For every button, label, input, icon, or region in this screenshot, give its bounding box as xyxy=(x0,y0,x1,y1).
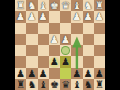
square-a1[interactable]: ♜ xyxy=(94,0,105,11)
square-e8[interactable]: ♚ xyxy=(49,79,60,90)
piece-black-bishop-f8[interactable]: ♝ xyxy=(38,79,49,90)
piece-white-bishop-c1[interactable]: ♝ xyxy=(71,0,82,11)
piece-white-knight-g1[interactable]: ♞ xyxy=(26,0,37,11)
square-e5[interactable] xyxy=(49,45,60,56)
piece-white-pawn-c2[interactable]: ♟ xyxy=(71,11,82,22)
square-c8[interactable]: ♝ xyxy=(71,79,82,90)
chess-board[interactable]: ♜♞♝♚♛♝♞♜♟♟♟♟♟♟♟♟♟♟♟♟♟♟♟♟♜♞♝♚♛♝♞♜ xyxy=(15,0,105,90)
square-g8[interactable]: ♞ xyxy=(26,79,37,90)
square-h4[interactable] xyxy=(15,34,26,45)
piece-white-rook-a1[interactable]: ♜ xyxy=(94,0,105,11)
square-e7[interactable] xyxy=(49,68,60,79)
piece-black-bishop-c8[interactable]: ♝ xyxy=(71,79,82,90)
square-h8[interactable]: ♜ xyxy=(15,79,26,90)
square-b6[interactable] xyxy=(83,56,94,67)
piece-white-pawn-f2[interactable]: ♟ xyxy=(38,11,49,22)
square-f8[interactable]: ♝ xyxy=(38,79,49,90)
square-a3[interactable] xyxy=(94,23,105,34)
square-d6[interactable]: ♟ xyxy=(60,56,71,67)
square-f6[interactable] xyxy=(38,56,49,67)
square-g3[interactable] xyxy=(26,23,37,34)
square-d8[interactable]: ♛ xyxy=(60,79,71,90)
square-c2[interactable]: ♟ xyxy=(71,11,82,22)
piece-black-knight-b8[interactable]: ♞ xyxy=(83,79,94,90)
piece-black-pawn-h7[interactable]: ♟ xyxy=(15,68,26,79)
square-d5[interactable] xyxy=(60,45,71,56)
square-d3[interactable] xyxy=(60,23,71,34)
piece-black-pawn-d6[interactable]: ♟ xyxy=(60,56,71,67)
square-d4[interactable]: ♟ xyxy=(60,34,71,45)
square-b2[interactable]: ♟ xyxy=(83,11,94,22)
piece-white-bishop-f1[interactable]: ♝ xyxy=(38,0,49,11)
square-g2[interactable]: ♟ xyxy=(26,11,37,22)
square-b3[interactable] xyxy=(83,23,94,34)
square-a4[interactable] xyxy=(94,34,105,45)
square-c3[interactable] xyxy=(71,23,82,34)
circle-annotation-d5 xyxy=(61,46,70,55)
square-h7[interactable]: ♟ xyxy=(15,68,26,79)
square-b7[interactable]: ♟ xyxy=(83,68,94,79)
letterbox-right xyxy=(105,0,120,90)
square-a8[interactable]: ♜ xyxy=(94,79,105,90)
piece-white-pawn-b2[interactable]: ♟ xyxy=(83,11,94,22)
square-a5[interactable] xyxy=(94,45,105,56)
square-g4[interactable] xyxy=(26,34,37,45)
square-c4[interactable] xyxy=(71,34,82,45)
piece-white-pawn-a2[interactable]: ♟ xyxy=(94,11,105,22)
piece-black-rook-a8[interactable]: ♜ xyxy=(94,79,105,90)
piece-white-pawn-d4[interactable]: ♟ xyxy=(60,34,71,45)
piece-white-king-e1[interactable]: ♚ xyxy=(49,0,60,11)
square-h6[interactable] xyxy=(15,56,26,67)
square-f3[interactable] xyxy=(38,23,49,34)
square-a2[interactable]: ♟ xyxy=(94,11,105,22)
piece-black-knight-g8[interactable]: ♞ xyxy=(26,79,37,90)
piece-black-rook-h8[interactable]: ♜ xyxy=(15,79,26,90)
square-c6[interactable] xyxy=(71,56,82,67)
piece-white-queen-d1[interactable]: ♛ xyxy=(60,0,71,11)
piece-black-pawn-e6[interactable]: ♟ xyxy=(49,56,60,67)
piece-black-king-e8[interactable]: ♚ xyxy=(49,79,60,90)
piece-white-rook-h1[interactable]: ♜ xyxy=(15,0,26,11)
square-f4[interactable] xyxy=(38,34,49,45)
piece-black-pawn-a7[interactable]: ♟ xyxy=(94,68,105,79)
square-e6[interactable]: ♟ xyxy=(49,56,60,67)
square-e2[interactable] xyxy=(49,11,60,22)
piece-white-knight-b1[interactable]: ♞ xyxy=(83,0,94,11)
square-h5[interactable] xyxy=(15,45,26,56)
square-h1[interactable]: ♜ xyxy=(15,0,26,11)
square-g7[interactable]: ♟ xyxy=(26,68,37,79)
square-e4[interactable]: ♟ xyxy=(49,34,60,45)
square-b5[interactable] xyxy=(83,45,94,56)
square-g6[interactable] xyxy=(26,56,37,67)
square-b8[interactable]: ♞ xyxy=(83,79,94,90)
square-f2[interactable]: ♟ xyxy=(38,11,49,22)
square-g5[interactable] xyxy=(26,45,37,56)
square-d2[interactable] xyxy=(60,11,71,22)
square-d1[interactable]: ♛ xyxy=(60,0,71,11)
square-b4[interactable] xyxy=(83,34,94,45)
square-b1[interactable]: ♞ xyxy=(83,0,94,11)
square-f5[interactable] xyxy=(38,45,49,56)
letterbox-left xyxy=(0,0,15,90)
square-c5[interactable] xyxy=(71,45,82,56)
square-a6[interactable] xyxy=(94,56,105,67)
piece-black-pawn-g7[interactable]: ♟ xyxy=(26,68,37,79)
square-h3[interactable] xyxy=(15,23,26,34)
last-move-highlight-d7 xyxy=(60,68,71,79)
square-f1[interactable]: ♝ xyxy=(38,0,49,11)
piece-white-pawn-h2[interactable]: ♟ xyxy=(15,11,26,22)
square-a7[interactable]: ♟ xyxy=(94,68,105,79)
square-g1[interactable]: ♞ xyxy=(26,0,37,11)
piece-black-pawn-b7[interactable]: ♟ xyxy=(83,68,94,79)
square-c1[interactable]: ♝ xyxy=(71,0,82,11)
chess-app-window: ♜♞♝♚♛♝♞♜♟♟♟♟♟♟♟♟♟♟♟♟♟♟♟♟♜♞♝♚♛♝♞♜ xyxy=(0,0,120,90)
piece-black-pawn-f7[interactable]: ♟ xyxy=(38,68,49,79)
piece-black-pawn-c7[interactable]: ♟ xyxy=(71,68,82,79)
square-e3[interactable] xyxy=(49,23,60,34)
square-e1[interactable]: ♚ xyxy=(49,0,60,11)
square-f7[interactable]: ♟ xyxy=(38,68,49,79)
square-d7[interactable] xyxy=(60,68,71,79)
square-c7[interactable]: ♟ xyxy=(71,68,82,79)
square-h2[interactable]: ♟ xyxy=(15,11,26,22)
piece-black-queen-d8[interactable]: ♛ xyxy=(60,79,71,90)
piece-white-pawn-g2[interactable]: ♟ xyxy=(26,11,37,22)
piece-white-pawn-e4[interactable]: ♟ xyxy=(49,34,60,45)
